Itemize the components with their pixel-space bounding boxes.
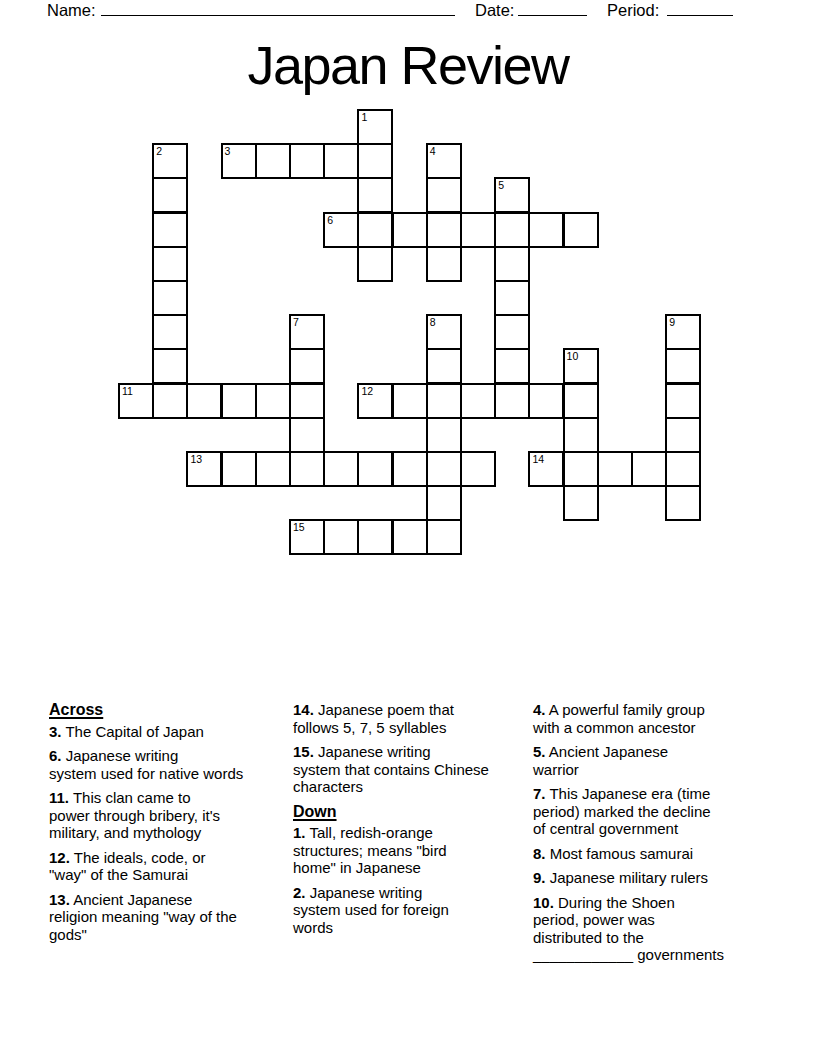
clue-number: 6. <box>49 747 62 764</box>
clues-heading-across: Across <box>49 701 289 719</box>
grid-cell-r2-c1[interactable] <box>152 177 188 213</box>
clues-heading-down: Down <box>293 803 533 821</box>
grid-cell-r11-c9[interactable] <box>426 485 462 521</box>
grid-cell-r6-c16[interactable]: 9 <box>665 314 701 350</box>
clue-number: 10. <box>533 894 554 911</box>
grid-cell-r3-c13[interactable] <box>563 212 599 248</box>
grid-cell-r2-c11[interactable]: 5 <box>494 177 530 213</box>
page-title: Japan Review <box>0 36 816 94</box>
grid-cell-r8-c2[interactable] <box>186 383 222 419</box>
grid-cell-r1-c6[interactable] <box>323 143 359 179</box>
clue-across-6: 6. Japanese writing system used for nati… <box>49 747 289 782</box>
clue-text: Tall, redish-orange structures; means "b… <box>293 824 447 876</box>
crossword-grid: 123456789101112131415 <box>118 109 702 556</box>
grid-cell-r3-c11[interactable] <box>494 212 530 248</box>
grid-cell-r3-c7[interactable] <box>357 212 393 248</box>
grid-cell-r3-c1[interactable] <box>152 212 188 248</box>
grid-cell-r1-c1[interactable]: 2 <box>152 143 188 179</box>
grid-cell-r1-c9[interactable]: 4 <box>426 143 462 179</box>
grid-cell-r1-c7[interactable] <box>357 143 393 179</box>
clue-across-14: 14. Japanese poem that follows 5, 7, 5 s… <box>293 701 533 736</box>
name-label: Name: <box>47 1 96 19</box>
grid-cell-r8-c11[interactable] <box>494 383 530 419</box>
grid-cell-r11-c16[interactable] <box>665 485 701 521</box>
grid-cell-r8-c7[interactable]: 12 <box>357 383 393 419</box>
grid-cell-r11-c13[interactable] <box>563 485 599 521</box>
clue-text: Most famous samurai <box>546 845 694 862</box>
cell-number-1: 1 <box>361 111 367 123</box>
clue-number: 8. <box>533 845 546 862</box>
grid-cell-r10-c12[interactable]: 14 <box>528 451 564 487</box>
grid-cell-r3-c9[interactable] <box>426 212 462 248</box>
grid-cell-r2-c9[interactable] <box>426 177 462 213</box>
clue-number: 3. <box>49 723 62 740</box>
clues-column-2: 14. Japanese poem that follows 5, 7, 5 s… <box>293 701 533 943</box>
grid-cell-r3-c6[interactable]: 6 <box>323 212 359 248</box>
grid-cell-r9-c9[interactable] <box>426 417 462 453</box>
clue-down-5: 5. Ancient Japanese warrior <box>533 743 767 778</box>
clue-down-8: 8. Most famous samurai <box>533 845 767 863</box>
grid-cell-r7-c16[interactable] <box>665 348 701 384</box>
clue-down-1: 1. Tall, redish-orange structures; means… <box>293 824 533 877</box>
clue-number: 7. <box>533 785 546 802</box>
grid-cell-r8-c0[interactable]: 11 <box>118 383 154 419</box>
cell-number-6: 6 <box>327 214 333 226</box>
grid-cell-r8-c3[interactable] <box>221 383 257 419</box>
clue-number: 11. <box>49 789 69 806</box>
clue-across-3: 3. The Capital of Japan <box>49 723 289 741</box>
grid-cell-r4-c9[interactable] <box>426 246 462 282</box>
date-label: Date: <box>475 1 514 19</box>
grid-cell-r6-c1[interactable] <box>152 314 188 350</box>
grid-cell-r12-c6[interactable] <box>323 519 359 555</box>
grid-cell-r10-c4[interactable] <box>255 451 291 487</box>
grid-cell-r10-c2[interactable]: 13 <box>186 451 222 487</box>
clue-number: 14. <box>293 701 314 718</box>
grid-cell-r4-c1[interactable] <box>152 246 188 282</box>
grid-cell-r12-c9[interactable] <box>426 519 462 555</box>
grid-cell-r1-c5[interactable] <box>289 143 325 179</box>
grid-cell-r7-c5[interactable] <box>289 348 325 384</box>
clue-text: This Japanese era (time period) marked t… <box>533 785 711 837</box>
clue-text: This clan came to power through bribery,… <box>49 789 220 841</box>
grid-cell-r8-c13[interactable] <box>563 383 599 419</box>
clue-text: The ideals, code, or "way" of the Samura… <box>49 849 206 884</box>
clue-text: A powerful family group with a common an… <box>533 701 705 736</box>
worksheet-page: Name: Date: Period: Japan Review 1234567… <box>0 0 816 1056</box>
cell-number-8: 8 <box>430 316 436 328</box>
grid-cell-r9-c16[interactable] <box>665 417 701 453</box>
period-label: Period: <box>607 1 659 19</box>
cell-number-10: 10 <box>567 350 579 362</box>
grid-cell-r5-c1[interactable] <box>152 280 188 316</box>
grid-cell-r10-c10[interactable] <box>460 451 496 487</box>
grid-cell-r5-c11[interactable] <box>494 280 530 316</box>
clue-down-4: 4. A powerful family group with a common… <box>533 701 767 736</box>
grid-cell-r7-c1[interactable] <box>152 348 188 384</box>
grid-cell-r8-c12[interactable] <box>528 383 564 419</box>
grid-cell-r8-c16[interactable] <box>665 383 701 419</box>
grid-cell-r7-c9[interactable] <box>426 348 462 384</box>
grid-cell-r6-c9[interactable]: 8 <box>426 314 462 350</box>
grid-cell-r7-c13[interactable]: 10 <box>563 348 599 384</box>
grid-cell-r12-c8[interactable] <box>392 519 428 555</box>
grid-cell-r1-c3[interactable]: 3 <box>221 143 257 179</box>
clue-number: 4. <box>533 701 546 718</box>
clue-number: 9. <box>533 869 546 886</box>
clue-down-10: 10. During the Shoen period, power was d… <box>533 894 767 964</box>
clue-number: 5. <box>533 743 546 760</box>
clue-across-11: 11. This clan came to power through brib… <box>49 789 289 842</box>
clue-text: Japanese writing system used for native … <box>49 747 243 782</box>
grid-cell-r3-c8[interactable] <box>392 212 428 248</box>
grid-cell-r10-c7[interactable] <box>357 451 393 487</box>
grid-cell-r10-c14[interactable] <box>597 451 633 487</box>
name-blank-line[interactable] <box>101 0 455 16</box>
cell-number-9: 9 <box>669 316 675 328</box>
clue-number: 1. <box>293 824 306 841</box>
clue-across-13: 13. Ancient Japanese religion meaning "w… <box>49 891 289 944</box>
grid-cell-r10-c16[interactable] <box>665 451 701 487</box>
cell-number-13: 13 <box>190 453 202 465</box>
cell-number-3: 3 <box>225 145 231 157</box>
grid-cell-r8-c4[interactable] <box>255 383 291 419</box>
clue-text: Japanese writing system used for foreign… <box>293 884 449 936</box>
grid-cell-r10-c6[interactable] <box>323 451 359 487</box>
grid-cell-r4-c7[interactable] <box>357 246 393 282</box>
clue-number: 13. <box>49 891 70 908</box>
grid-cell-r9-c13[interactable] <box>563 417 599 453</box>
grid-cell-r12-c5[interactable]: 15 <box>289 519 325 555</box>
grid-cell-r3-c10[interactable] <box>460 212 496 248</box>
grid-cell-r10-c13[interactable] <box>563 451 599 487</box>
grid-cell-r6-c11[interactable] <box>494 314 530 350</box>
cell-number-14: 14 <box>532 453 544 465</box>
clues-column-3: 4. A powerful family group with a common… <box>533 701 767 971</box>
clue-across-12: 12. The ideals, code, or "way" of the Sa… <box>49 849 289 884</box>
grid-cell-r2-c7[interactable] <box>357 177 393 213</box>
cell-number-7: 7 <box>293 316 299 328</box>
clue-number: 2. <box>293 884 306 901</box>
grid-cell-r4-c11[interactable] <box>494 246 530 282</box>
grid-cell-r10-c3[interactable] <box>221 451 257 487</box>
grid-cell-r9-c5[interactable] <box>289 417 325 453</box>
grid-cell-r8-c8[interactable] <box>392 383 428 419</box>
grid-cell-r10-c9[interactable] <box>426 451 462 487</box>
cell-number-2: 2 <box>156 145 162 157</box>
cell-number-5: 5 <box>498 179 504 191</box>
grid-cell-r1-c4[interactable] <box>255 143 291 179</box>
clue-text: The Capital of Japan <box>62 723 204 740</box>
clue-number: 15. <box>293 743 314 760</box>
grid-cell-r8-c1[interactable] <box>152 383 188 419</box>
grid-cell-r10-c5[interactable] <box>289 451 325 487</box>
grid-cell-r12-c7[interactable] <box>357 519 393 555</box>
clue-down-9: 9. Japanese military rulers <box>533 869 767 887</box>
clue-text: Japanese military rulers <box>546 869 709 886</box>
clue-text: Japanese writing system that contains Ch… <box>293 743 489 795</box>
cell-number-11: 11 <box>122 385 133 397</box>
grid-cell-r10-c15[interactable] <box>631 451 667 487</box>
clue-text: Ancient Japanese warrior <box>533 743 668 778</box>
clue-text: Japanese poem that follows 5, 7, 5 sylla… <box>293 701 454 736</box>
clue-number: 12. <box>49 849 70 866</box>
grid-cell-r0-c7[interactable]: 1 <box>357 109 393 145</box>
date-blank-line[interactable] <box>518 0 587 16</box>
grid-cell-r8-c10[interactable] <box>460 383 496 419</box>
clues-column-1: Across3. The Capital of Japan6. Japanese… <box>49 701 289 950</box>
grid-cell-r7-c11[interactable] <box>494 348 530 384</box>
grid-cell-r6-c5[interactable]: 7 <box>289 314 325 350</box>
cell-number-4: 4 <box>430 145 436 157</box>
grid-cell-r8-c5[interactable] <box>289 383 325 419</box>
period-blank-line[interactable] <box>667 0 733 16</box>
grid-cell-r10-c8[interactable] <box>392 451 428 487</box>
cell-number-12: 12 <box>361 385 373 397</box>
clue-text: Ancient Japanese religion meaning "way o… <box>49 891 237 943</box>
clue-text: During the Shoen period, power was distr… <box>533 894 724 964</box>
clue-down-7: 7. This Japanese era (time period) marke… <box>533 785 767 838</box>
grid-cell-r8-c9[interactable] <box>426 383 462 419</box>
clue-across-15: 15. Japanese writing system that contain… <box>293 743 533 796</box>
grid-cell-r3-c12[interactable] <box>528 212 564 248</box>
cell-number-15: 15 <box>293 521 305 533</box>
clue-down-2: 2. Japanese writing system used for fore… <box>293 884 533 937</box>
